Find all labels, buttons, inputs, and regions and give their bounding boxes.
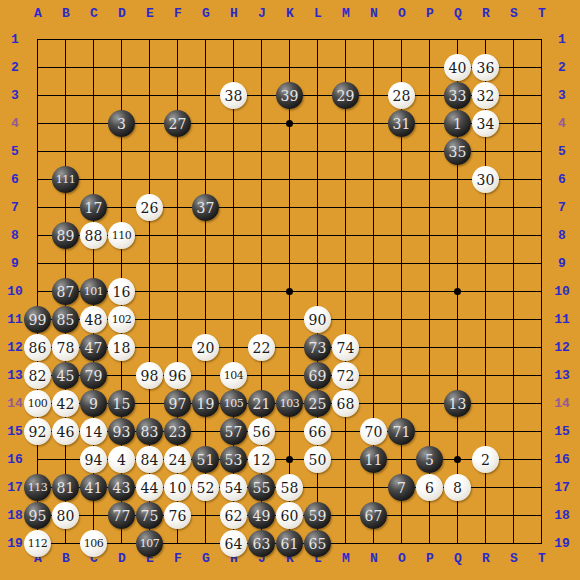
board-cell-F3[interactable] — [164, 82, 192, 110]
board-cell-L17[interactable] — [304, 474, 332, 502]
board-cell-P3[interactable] — [416, 82, 444, 110]
board-cell-F1[interactable] — [164, 26, 192, 54]
board-cell-R14[interactable] — [472, 390, 500, 418]
board-cell-T6[interactable] — [528, 166, 556, 194]
board-cell-Q9[interactable] — [444, 250, 472, 278]
board-cell-R16[interactable]: 2 — [472, 446, 500, 474]
board-cell-L18[interactable]: 59 — [304, 502, 332, 530]
board-cell-D11[interactable]: 102 — [108, 306, 136, 334]
board-cell-D8[interactable]: 110 — [108, 222, 136, 250]
board-cell-E10[interactable] — [136, 278, 164, 306]
board-cell-P10[interactable] — [416, 278, 444, 306]
board-cell-M1[interactable] — [332, 26, 360, 54]
board-cell-N5[interactable] — [360, 138, 388, 166]
board-cell-J13[interactable] — [248, 362, 276, 390]
board-cell-G16[interactable]: 51 — [192, 446, 220, 474]
board-cell-C5[interactable] — [80, 138, 108, 166]
board-cell-L3[interactable] — [304, 82, 332, 110]
board-cell-G18[interactable] — [192, 502, 220, 530]
board-cell-D16[interactable]: 4 — [108, 446, 136, 474]
board-cell-F14[interactable]: 97 — [164, 390, 192, 418]
board-cell-E17[interactable]: 44 — [136, 474, 164, 502]
board-cell-A13[interactable]: 82 — [24, 362, 52, 390]
board-cell-Q11[interactable] — [444, 306, 472, 334]
board-cell-B14[interactable]: 42 — [52, 390, 80, 418]
board-cell-T10[interactable] — [528, 278, 556, 306]
board-cell-B5[interactable] — [52, 138, 80, 166]
board-cell-N9[interactable] — [360, 250, 388, 278]
board-cell-F13[interactable]: 96 — [164, 362, 192, 390]
board-cell-K19[interactable]: 61 — [276, 530, 304, 558]
board-cell-H16[interactable]: 53 — [220, 446, 248, 474]
board-cell-H19[interactable]: 64 — [220, 530, 248, 558]
board-cell-J16[interactable]: 12 — [248, 446, 276, 474]
board-cell-R9[interactable] — [472, 250, 500, 278]
board-cell-T14[interactable] — [528, 390, 556, 418]
board-cell-N14[interactable] — [360, 390, 388, 418]
board-cell-A2[interactable] — [24, 54, 52, 82]
board-cell-B15[interactable]: 46 — [52, 418, 80, 446]
board-cell-S5[interactable] — [500, 138, 528, 166]
board-cell-N1[interactable] — [360, 26, 388, 54]
board-cell-T16[interactable] — [528, 446, 556, 474]
board-cell-M12[interactable]: 74 — [332, 334, 360, 362]
board-cell-F19[interactable] — [164, 530, 192, 558]
board-cell-C9[interactable] — [80, 250, 108, 278]
board-cell-J10[interactable] — [248, 278, 276, 306]
board-cell-K9[interactable] — [276, 250, 304, 278]
board-cell-G17[interactable]: 52 — [192, 474, 220, 502]
board-cell-T1[interactable] — [528, 26, 556, 54]
board-cell-A9[interactable] — [24, 250, 52, 278]
board-cell-G6[interactable] — [192, 166, 220, 194]
board-cell-F11[interactable] — [164, 306, 192, 334]
board-cell-Q6[interactable] — [444, 166, 472, 194]
board-cell-B16[interactable] — [52, 446, 80, 474]
board-cell-C18[interactable] — [80, 502, 108, 530]
board-cell-B11[interactable]: 85 — [52, 306, 80, 334]
board-cell-J2[interactable] — [248, 54, 276, 82]
board-cell-G1[interactable] — [192, 26, 220, 54]
board-cell-O15[interactable]: 71 — [388, 418, 416, 446]
board-cell-H7[interactable] — [220, 194, 248, 222]
board-cell-A10[interactable] — [24, 278, 52, 306]
board-cell-S18[interactable] — [500, 502, 528, 530]
board-cell-C16[interactable]: 94 — [80, 446, 108, 474]
board-cell-G19[interactable] — [192, 530, 220, 558]
board-cell-R6[interactable]: 30 — [472, 166, 500, 194]
board-cell-O11[interactable] — [388, 306, 416, 334]
board-cell-M18[interactable] — [332, 502, 360, 530]
board-cell-D13[interactable] — [108, 362, 136, 390]
board-cell-S12[interactable] — [500, 334, 528, 362]
board-cell-S16[interactable] — [500, 446, 528, 474]
board-cell-F5[interactable] — [164, 138, 192, 166]
board-cell-K12[interactable] — [276, 334, 304, 362]
board-cell-F12[interactable] — [164, 334, 192, 362]
board-cell-K6[interactable] — [276, 166, 304, 194]
board-cell-O6[interactable] — [388, 166, 416, 194]
board-cell-T3[interactable] — [528, 82, 556, 110]
board-cell-A11[interactable]: 99 — [24, 306, 52, 334]
board-cell-P5[interactable] — [416, 138, 444, 166]
board-cell-O2[interactable] — [388, 54, 416, 82]
board-cell-A4[interactable] — [24, 110, 52, 138]
board-cell-D4[interactable]: 3 — [108, 110, 136, 138]
board-cell-L6[interactable] — [304, 166, 332, 194]
board-cell-P11[interactable] — [416, 306, 444, 334]
board-cell-R8[interactable] — [472, 222, 500, 250]
board-cell-H2[interactable] — [220, 54, 248, 82]
board-cell-Q10[interactable] — [444, 278, 472, 306]
board-cell-P1[interactable] — [416, 26, 444, 54]
board-cell-H15[interactable]: 57 — [220, 418, 248, 446]
board-cell-T17[interactable] — [528, 474, 556, 502]
board-cell-N8[interactable] — [360, 222, 388, 250]
board-cell-B7[interactable] — [52, 194, 80, 222]
board-cell-N7[interactable] — [360, 194, 388, 222]
board-cell-D19[interactable] — [108, 530, 136, 558]
board-cell-D5[interactable] — [108, 138, 136, 166]
board-cell-L8[interactable] — [304, 222, 332, 250]
board-cell-S3[interactable] — [500, 82, 528, 110]
board-cell-K10[interactable] — [276, 278, 304, 306]
board-cell-Q3[interactable]: 33 — [444, 82, 472, 110]
board-cell-A19[interactable]: 112 — [24, 530, 52, 558]
board-cell-P16[interactable]: 5 — [416, 446, 444, 474]
board-cell-P4[interactable] — [416, 110, 444, 138]
board-cell-G2[interactable] — [192, 54, 220, 82]
board-cell-A3[interactable] — [24, 82, 52, 110]
board-cell-B13[interactable]: 45 — [52, 362, 80, 390]
board-cell-C17[interactable]: 41 — [80, 474, 108, 502]
board-cell-D6[interactable] — [108, 166, 136, 194]
board-cell-L13[interactable]: 69 — [304, 362, 332, 390]
board-cell-A16[interactable] — [24, 446, 52, 474]
board-cell-F17[interactable]: 10 — [164, 474, 192, 502]
board-cell-K16[interactable] — [276, 446, 304, 474]
board-cell-T2[interactable] — [528, 54, 556, 82]
board-cell-C11[interactable]: 48 — [80, 306, 108, 334]
board-cell-C6[interactable] — [80, 166, 108, 194]
board-cell-P9[interactable] — [416, 250, 444, 278]
board-cell-E9[interactable] — [136, 250, 164, 278]
board-cell-Q5[interactable]: 35 — [444, 138, 472, 166]
board-cell-N18[interactable]: 67 — [360, 502, 388, 530]
board-cell-D12[interactable]: 18 — [108, 334, 136, 362]
board-cell-K2[interactable] — [276, 54, 304, 82]
board-cell-P8[interactable] — [416, 222, 444, 250]
board-cell-M7[interactable] — [332, 194, 360, 222]
board-cell-E3[interactable] — [136, 82, 164, 110]
board-cell-H4[interactable] — [220, 110, 248, 138]
board-cell-M11[interactable] — [332, 306, 360, 334]
board-cell-F15[interactable]: 23 — [164, 418, 192, 446]
board-cell-H18[interactable]: 62 — [220, 502, 248, 530]
board-cell-F6[interactable] — [164, 166, 192, 194]
board-cell-T19[interactable] — [528, 530, 556, 558]
board-cell-N12[interactable] — [360, 334, 388, 362]
board-cell-O8[interactable] — [388, 222, 416, 250]
board-cell-C3[interactable] — [80, 82, 108, 110]
board-cell-N2[interactable] — [360, 54, 388, 82]
board-cell-B10[interactable]: 87 — [52, 278, 80, 306]
board-cell-L19[interactable]: 65 — [304, 530, 332, 558]
board-cell-E14[interactable] — [136, 390, 164, 418]
board-cell-G8[interactable] — [192, 222, 220, 250]
board-cell-Q16[interactable] — [444, 446, 472, 474]
board-cell-K1[interactable] — [276, 26, 304, 54]
board-cell-C10[interactable]: 101 — [80, 278, 108, 306]
board-cell-D3[interactable] — [108, 82, 136, 110]
board-cell-P17[interactable]: 6 — [416, 474, 444, 502]
board-cell-Q14[interactable]: 13 — [444, 390, 472, 418]
board-cell-S17[interactable] — [500, 474, 528, 502]
board-cell-G5[interactable] — [192, 138, 220, 166]
board-cell-G12[interactable]: 20 — [192, 334, 220, 362]
board-cell-G14[interactable]: 19 — [192, 390, 220, 418]
board-cell-P14[interactable] — [416, 390, 444, 418]
board-cell-Q17[interactable]: 8 — [444, 474, 472, 502]
board-cell-B4[interactable] — [52, 110, 80, 138]
board-cell-C15[interactable]: 14 — [80, 418, 108, 446]
board-cell-M8[interactable] — [332, 222, 360, 250]
board-cell-O4[interactable]: 31 — [388, 110, 416, 138]
board-cell-Q13[interactable] — [444, 362, 472, 390]
board-cell-L14[interactable]: 25 — [304, 390, 332, 418]
board-cell-F2[interactable] — [164, 54, 192, 82]
board-cell-T11[interactable] — [528, 306, 556, 334]
board-cell-Q1[interactable] — [444, 26, 472, 54]
board-cell-N19[interactable] — [360, 530, 388, 558]
board-cell-A6[interactable] — [24, 166, 52, 194]
board-cell-Q8[interactable] — [444, 222, 472, 250]
board-cell-G9[interactable] — [192, 250, 220, 278]
board-cell-K11[interactable] — [276, 306, 304, 334]
board-cell-H14[interactable]: 105 — [220, 390, 248, 418]
board-cell-L10[interactable] — [304, 278, 332, 306]
board-cell-S6[interactable] — [500, 166, 528, 194]
board-cell-R18[interactable] — [472, 502, 500, 530]
board-cell-B12[interactable]: 78 — [52, 334, 80, 362]
board-cell-H12[interactable] — [220, 334, 248, 362]
board-cell-J15[interactable]: 56 — [248, 418, 276, 446]
board-cell-B8[interactable]: 89 — [52, 222, 80, 250]
board-cell-J9[interactable] — [248, 250, 276, 278]
board-cell-A12[interactable]: 86 — [24, 334, 52, 362]
board-cell-J8[interactable] — [248, 222, 276, 250]
board-cell-O10[interactable] — [388, 278, 416, 306]
board-cell-A15[interactable]: 92 — [24, 418, 52, 446]
board-cell-O17[interactable]: 7 — [388, 474, 416, 502]
board-cell-R15[interactable] — [472, 418, 500, 446]
board-cell-E15[interactable]: 83 — [136, 418, 164, 446]
board-cell-H1[interactable] — [220, 26, 248, 54]
board-cell-R5[interactable] — [472, 138, 500, 166]
board-cell-L5[interactable] — [304, 138, 332, 166]
board-cell-E7[interactable]: 26 — [136, 194, 164, 222]
board-cell-N17[interactable] — [360, 474, 388, 502]
board-cell-P15[interactable] — [416, 418, 444, 446]
board-cell-L11[interactable]: 90 — [304, 306, 332, 334]
board-cell-R10[interactable] — [472, 278, 500, 306]
board-cell-S9[interactable] — [500, 250, 528, 278]
board-cell-J1[interactable] — [248, 26, 276, 54]
board-cell-T15[interactable] — [528, 418, 556, 446]
board-cell-K4[interactable] — [276, 110, 304, 138]
board-cell-R4[interactable]: 34 — [472, 110, 500, 138]
board-cell-S19[interactable] — [500, 530, 528, 558]
board-cell-C4[interactable] — [80, 110, 108, 138]
board-cell-G13[interactable] — [192, 362, 220, 390]
board-cell-C1[interactable] — [80, 26, 108, 54]
board-cell-J19[interactable]: 63 — [248, 530, 276, 558]
board-cell-N15[interactable]: 70 — [360, 418, 388, 446]
board-cell-G7[interactable]: 37 — [192, 194, 220, 222]
board-cell-Q19[interactable] — [444, 530, 472, 558]
board-cell-A14[interactable]: 100 — [24, 390, 52, 418]
board-cell-K3[interactable]: 39 — [276, 82, 304, 110]
board-cell-M10[interactable] — [332, 278, 360, 306]
board-cell-S14[interactable] — [500, 390, 528, 418]
board-cell-T5[interactable] — [528, 138, 556, 166]
board-cell-M3[interactable]: 29 — [332, 82, 360, 110]
board-cell-Q2[interactable]: 40 — [444, 54, 472, 82]
board-cell-B17[interactable]: 81 — [52, 474, 80, 502]
board-cell-E13[interactable]: 98 — [136, 362, 164, 390]
board-cell-P6[interactable] — [416, 166, 444, 194]
board-cell-K15[interactable] — [276, 418, 304, 446]
board-cell-K13[interactable] — [276, 362, 304, 390]
board-cell-K18[interactable]: 60 — [276, 502, 304, 530]
board-cell-A18[interactable]: 95 — [24, 502, 52, 530]
board-cell-M19[interactable] — [332, 530, 360, 558]
board-cell-S13[interactable] — [500, 362, 528, 390]
board-cell-Q4[interactable]: 1 — [444, 110, 472, 138]
board-cell-L2[interactable] — [304, 54, 332, 82]
board-cell-O19[interactable] — [388, 530, 416, 558]
board-cell-M4[interactable] — [332, 110, 360, 138]
board-cell-N3[interactable] — [360, 82, 388, 110]
board-cell-J14[interactable]: 21 — [248, 390, 276, 418]
board-cell-T13[interactable] — [528, 362, 556, 390]
board-cell-T4[interactable] — [528, 110, 556, 138]
board-cell-O18[interactable] — [388, 502, 416, 530]
board-cell-O7[interactable] — [388, 194, 416, 222]
board-cell-E18[interactable]: 75 — [136, 502, 164, 530]
board-cell-S8[interactable] — [500, 222, 528, 250]
board-cell-E19[interactable]: 107 — [136, 530, 164, 558]
board-cell-B3[interactable] — [52, 82, 80, 110]
board-cell-D2[interactable] — [108, 54, 136, 82]
board-cell-H6[interactable] — [220, 166, 248, 194]
board-cell-F4[interactable]: 27 — [164, 110, 192, 138]
board-cell-E4[interactable] — [136, 110, 164, 138]
board-cell-O5[interactable] — [388, 138, 416, 166]
board-cell-O14[interactable] — [388, 390, 416, 418]
board-cell-N11[interactable] — [360, 306, 388, 334]
board-cell-B6[interactable]: 111 — [52, 166, 80, 194]
board-cell-R7[interactable] — [472, 194, 500, 222]
board-cell-P19[interactable] — [416, 530, 444, 558]
board-cell-H5[interactable] — [220, 138, 248, 166]
board-cell-D10[interactable]: 16 — [108, 278, 136, 306]
board-cell-D1[interactable] — [108, 26, 136, 54]
board-cell-G10[interactable] — [192, 278, 220, 306]
board-cell-O1[interactable] — [388, 26, 416, 54]
board-cell-J4[interactable] — [248, 110, 276, 138]
board-cell-C8[interactable]: 88 — [80, 222, 108, 250]
board-cell-S15[interactable] — [500, 418, 528, 446]
board-cell-T18[interactable] — [528, 502, 556, 530]
board-cell-P13[interactable] — [416, 362, 444, 390]
board-cell-F16[interactable]: 24 — [164, 446, 192, 474]
board-cell-F9[interactable] — [164, 250, 192, 278]
board-cell-J18[interactable]: 49 — [248, 502, 276, 530]
board-cell-Q7[interactable] — [444, 194, 472, 222]
board-cell-E12[interactable] — [136, 334, 164, 362]
board-cell-M13[interactable]: 72 — [332, 362, 360, 390]
board-cell-D9[interactable] — [108, 250, 136, 278]
board-cell-M17[interactable] — [332, 474, 360, 502]
board-cell-M16[interactable] — [332, 446, 360, 474]
board-cell-Q18[interactable] — [444, 502, 472, 530]
board-cell-R1[interactable] — [472, 26, 500, 54]
board-cell-Q12[interactable] — [444, 334, 472, 362]
board-cell-A7[interactable] — [24, 194, 52, 222]
board-cell-S4[interactable] — [500, 110, 528, 138]
board-cell-F18[interactable]: 76 — [164, 502, 192, 530]
board-cell-R3[interactable]: 32 — [472, 82, 500, 110]
board-cell-L7[interactable] — [304, 194, 332, 222]
board-cell-S7[interactable] — [500, 194, 528, 222]
board-cell-E5[interactable] — [136, 138, 164, 166]
board-cell-F8[interactable] — [164, 222, 192, 250]
board-cell-J17[interactable]: 55 — [248, 474, 276, 502]
board-cell-R11[interactable] — [472, 306, 500, 334]
board-cell-D17[interactable]: 43 — [108, 474, 136, 502]
board-cell-E8[interactable] — [136, 222, 164, 250]
board-cell-G11[interactable] — [192, 306, 220, 334]
board-cell-L9[interactable] — [304, 250, 332, 278]
board-cell-L15[interactable]: 66 — [304, 418, 332, 446]
board-cell-T8[interactable] — [528, 222, 556, 250]
board-cell-C2[interactable] — [80, 54, 108, 82]
board-cell-O9[interactable] — [388, 250, 416, 278]
board-cell-M9[interactable] — [332, 250, 360, 278]
board-cell-B2[interactable] — [52, 54, 80, 82]
board-cell-E1[interactable] — [136, 26, 164, 54]
board-cell-H3[interactable]: 38 — [220, 82, 248, 110]
board-cell-J3[interactable] — [248, 82, 276, 110]
board-cell-S2[interactable] — [500, 54, 528, 82]
board-cell-H11[interactable] — [220, 306, 248, 334]
board-cell-R2[interactable]: 36 — [472, 54, 500, 82]
board-cell-E6[interactable] — [136, 166, 164, 194]
board-cell-M2[interactable] — [332, 54, 360, 82]
board-cell-A5[interactable] — [24, 138, 52, 166]
board-cell-O16[interactable] — [388, 446, 416, 474]
board-cell-R12[interactable] — [472, 334, 500, 362]
board-cell-H10[interactable] — [220, 278, 248, 306]
board-cell-B18[interactable]: 80 — [52, 502, 80, 530]
board-cell-T12[interactable] — [528, 334, 556, 362]
board-cell-G15[interactable] — [192, 418, 220, 446]
board-cell-R13[interactable] — [472, 362, 500, 390]
board-cell-O3[interactable]: 28 — [388, 82, 416, 110]
board-cell-H13[interactable]: 104 — [220, 362, 248, 390]
board-cell-F7[interactable] — [164, 194, 192, 222]
